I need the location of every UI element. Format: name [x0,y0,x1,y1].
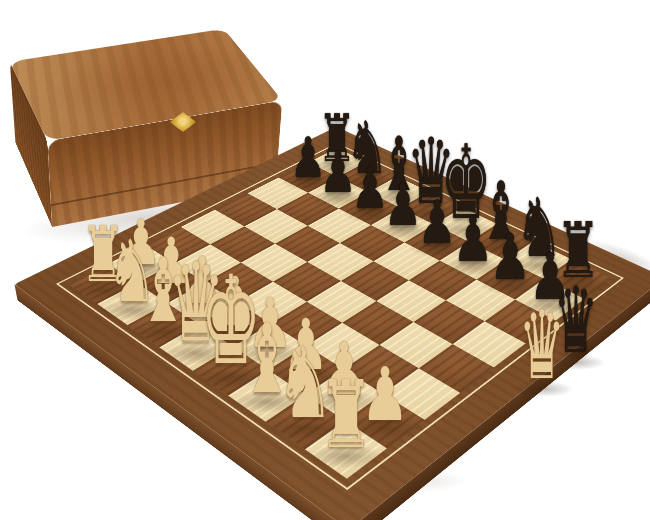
spare-white-queen: ♛ [519,300,565,395]
product-photo-stage: ♜♞♝♛♚♝♞♜♟♟♟♟♟♟♟♟♟♟♟♟♟♟♟♟♜♞♝♛♚♝♞♜ ♛ ♛ [0,0,650,520]
board-scene [111,51,571,511]
